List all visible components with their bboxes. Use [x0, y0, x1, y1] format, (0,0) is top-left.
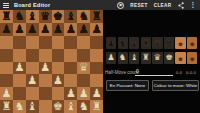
panel-buttons: En Passant: None Colour to move: White — [106, 80, 199, 91]
palette-white-knight[interactable]: ♞ — [118, 52, 128, 64]
square-g8[interactable]: ♞ — [77, 10, 90, 23]
white-queen: ♛ — [79, 62, 89, 74]
black-knight: ♞ — [14, 11, 24, 23]
black-knight-icon: ♞ — [119, 39, 127, 48]
square-h4[interactable] — [90, 62, 103, 75]
square-f5[interactable] — [64, 49, 77, 62]
palette-white-queen[interactable]: ♛ — [152, 52, 162, 64]
square-d8[interactable]: ♛ — [39, 10, 52, 23]
palette-white-bishop[interactable]: ♝ — [129, 52, 139, 64]
chess-board[interactable]: ♜♞♝♛♚♝♞♜♟♟♟♟♟♟♟♟♟♟♛♟♟♟♟♟♟♜♞♝♚♝♞♜ — [0, 10, 103, 113]
black-pawn: ♟ — [1, 24, 11, 36]
black-pawn-icon: ♟ — [107, 39, 115, 48]
black-bishop: ♝ — [66, 11, 76, 23]
white-pawn: ♟ — [79, 88, 89, 100]
square-g5[interactable] — [77, 49, 90, 62]
square-h6[interactable] — [90, 36, 103, 49]
white-pawn: ♟ — [14, 62, 24, 74]
palette-white-row: ♟♞♝♜♛♚♚♚ — [106, 52, 197, 64]
square-c3[interactable]: ♟ — [26, 74, 39, 87]
square-c2[interactable] — [26, 87, 39, 100]
square-e1[interactable]: ♚ — [52, 100, 65, 113]
square-g7[interactable]: ♟ — [77, 23, 90, 36]
square-h1[interactable]: ♜ — [90, 100, 103, 113]
black-rook-icon: ♜ — [142, 39, 150, 48]
square-g2[interactable]: ♟ — [77, 87, 90, 100]
castle-queenside-icon: ♚ — [190, 56, 195, 64]
square-e4[interactable] — [52, 62, 65, 75]
castle-kingside-icon: ♚ — [178, 41, 183, 49]
white-pawn: ♟ — [91, 88, 101, 100]
overflow-menu-icon[interactable]: ⋮ — [190, 2, 197, 9]
play-circle-icon[interactable]: ▶ — [117, 2, 124, 9]
square-e2[interactable] — [52, 87, 65, 100]
palette-white-king[interactable]: ♚ — [164, 52, 174, 64]
square-c5[interactable] — [26, 49, 39, 62]
black-pawn: ♟ — [53, 24, 63, 36]
white-rook: ♜ — [91, 101, 101, 113]
square-g3[interactable] — [77, 74, 90, 87]
black-king-icon: ♚ — [165, 39, 173, 48]
black-queen: ♛ — [40, 11, 50, 23]
square-a2[interactable]: ♟ — [0, 87, 13, 100]
square-b5[interactable] — [13, 49, 26, 62]
square-a7[interactable]: ♟ — [0, 23, 13, 36]
square-b8[interactable]: ♞ — [13, 10, 26, 23]
palette-black-pawn[interactable]: ♟ — [106, 37, 116, 49]
black-bishop-icon: ♝ — [130, 39, 138, 48]
clear-button[interactable]: CLEAR — [154, 3, 172, 8]
black-pawn: ♟ — [66, 24, 76, 36]
black-pawn: ♟ — [79, 24, 89, 36]
square-a3[interactable] — [0, 74, 13, 87]
black-bishop: ♝ — [27, 11, 37, 23]
en-passant-button[interactable]: En Passant: None — [106, 80, 149, 91]
square-b4[interactable]: ♟ — [13, 62, 26, 75]
white-rook: ♜ — [1, 101, 11, 113]
square-c1[interactable]: ♝ — [26, 100, 39, 113]
square-a4[interactable] — [0, 62, 13, 75]
castle-white-kingside-toggle[interactable]: ♚ — [175, 52, 185, 64]
palette-white-pawn[interactable]: ♟ — [106, 52, 116, 64]
palette-black-knight[interactable]: ♞ — [118, 37, 128, 49]
white-bishop: ♝ — [66, 101, 76, 113]
halfmove-value: 0 — [136, 69, 139, 74]
white-knight: ♞ — [14, 101, 24, 113]
square-d3[interactable] — [39, 74, 52, 87]
square-b3[interactable] — [13, 74, 26, 87]
castle-black-queenside-toggle[interactable]: ♚ — [187, 37, 197, 49]
square-h3[interactable] — [90, 74, 103, 87]
share-icon[interactable] — [178, 2, 184, 9]
square-a6[interactable] — [0, 36, 13, 49]
square-d2[interactable] — [39, 87, 52, 100]
black-king: ♚ — [53, 11, 63, 23]
square-a1[interactable]: ♜ — [0, 100, 13, 113]
square-h7[interactable]: ♟ — [90, 23, 103, 36]
halfmove-row: Half-Move count: 0 0-0 0-0-0 — [105, 67, 198, 77]
white-bishop: ♝ — [27, 101, 37, 113]
black-knight: ♞ — [79, 11, 89, 23]
square-f2[interactable]: ♟ — [64, 87, 77, 100]
castle-queenside-icon: ♚ — [190, 41, 195, 49]
black-pawn: ♟ — [27, 24, 37, 36]
square-e8[interactable]: ♚ — [52, 10, 65, 23]
square-b7[interactable]: ♟ — [13, 23, 26, 36]
black-pawn: ♟ — [14, 24, 24, 36]
square-b2[interactable] — [13, 87, 26, 100]
square-f1[interactable]: ♝ — [64, 100, 77, 113]
black-pawn: ♟ — [40, 24, 50, 36]
white-pawn: ♟ — [27, 75, 37, 87]
castle-kingside-icon: ♚ — [178, 56, 183, 64]
square-g6[interactable] — [77, 36, 90, 49]
color-to-move-button[interactable]: Colour to move: White — [152, 80, 199, 91]
white-pawn: ♟ — [40, 62, 50, 74]
square-c4[interactable] — [26, 62, 39, 75]
hamburger-icon[interactable] — [3, 3, 9, 8]
square-d7[interactable]: ♟ — [39, 23, 52, 36]
castle-queenside-column-label: 0-0-0 — [186, 70, 196, 75]
black-pawn: ♟ — [91, 24, 101, 36]
palette-black-row: ♟♞♝♜♛♚♚♚ — [106, 37, 197, 49]
reset-button[interactable]: RESET — [130, 3, 147, 8]
square-a8[interactable]: ♜ — [0, 10, 13, 23]
square-h2[interactable]: ♟ — [90, 87, 103, 100]
square-d6[interactable] — [39, 36, 52, 49]
square-f3[interactable] — [64, 74, 77, 87]
white-knight: ♞ — [79, 101, 89, 113]
editor-panel: ♟♞♝♜♛♚♚♚ ♟♞♝♜♛♚♚♚ Half-Move count: 0 0-0… — [103, 10, 200, 113]
square-f8[interactable]: ♝ — [64, 10, 77, 23]
white-pawn: ♟ — [1, 88, 11, 100]
board-editor-app: Board Editor ▶ RESET CLEAR ⋮ ♜♞♝♛♚♝♞♜♟♟♟… — [0, 0, 200, 113]
square-f7[interactable]: ♟ — [64, 23, 77, 36]
white-knight-icon: ♞ — [119, 53, 127, 62]
square-g1[interactable]: ♞ — [77, 100, 90, 113]
white-bishop-icon: ♝ — [130, 53, 138, 62]
square-e6[interactable] — [52, 36, 65, 49]
square-h5[interactable] — [90, 49, 103, 62]
white-king-icon: ♚ — [165, 53, 173, 62]
square-h8[interactable]: ♜ — [90, 10, 103, 23]
white-pawn: ♟ — [66, 88, 76, 100]
page-title: Board Editor — [14, 2, 50, 8]
castle-black-kingside-toggle[interactable]: ♚ — [175, 37, 185, 49]
black-rook: ♜ — [1, 11, 11, 23]
halfmove-input[interactable]: 0 — [135, 67, 173, 76]
square-e7[interactable]: ♟ — [52, 23, 65, 36]
square-c8[interactable]: ♝ — [26, 10, 39, 23]
square-c6[interactable] — [26, 36, 39, 49]
palette-black-king[interactable]: ♚ — [164, 37, 174, 49]
white-king: ♚ — [53, 101, 63, 113]
square-e5[interactable] — [52, 49, 65, 62]
square-f6[interactable] — [64, 36, 77, 49]
square-d1[interactable] — [39, 100, 52, 113]
square-d5[interactable] — [39, 49, 52, 62]
white-rook-icon: ♜ — [142, 53, 150, 62]
white-queen-icon: ♛ — [154, 53, 162, 62]
square-a5[interactable] — [0, 49, 13, 62]
palette-black-queen[interactable]: ♛ — [152, 37, 162, 49]
palette-black-rook[interactable]: ♜ — [141, 37, 151, 49]
square-b6[interactable] — [13, 36, 26, 49]
black-rook: ♜ — [91, 11, 101, 23]
square-f4[interactable] — [64, 62, 77, 75]
palette-white-rook[interactable]: ♜ — [141, 52, 151, 64]
toolbar: ▶ RESET CLEAR ⋮ — [117, 2, 200, 9]
square-c7[interactable]: ♟ — [26, 23, 39, 36]
castle-white-queenside-toggle[interactable]: ♚ — [187, 52, 197, 64]
square-b1[interactable]: ♞ — [13, 100, 26, 113]
square-e3[interactable]: ♟ — [52, 74, 65, 87]
square-g4[interactable]: ♛ — [77, 62, 90, 75]
square-d4[interactable]: ♟ — [39, 62, 52, 75]
castle-kingside-column-label: 0-0 — [176, 70, 182, 75]
top-app-bar: Board Editor ▶ RESET CLEAR ⋮ — [0, 0, 200, 10]
black-queen-icon: ♛ — [154, 39, 162, 48]
palette-black-bishop[interactable]: ♝ — [129, 37, 139, 49]
white-pawn-icon: ♟ — [107, 53, 115, 62]
white-pawn: ♟ — [53, 75, 63, 87]
